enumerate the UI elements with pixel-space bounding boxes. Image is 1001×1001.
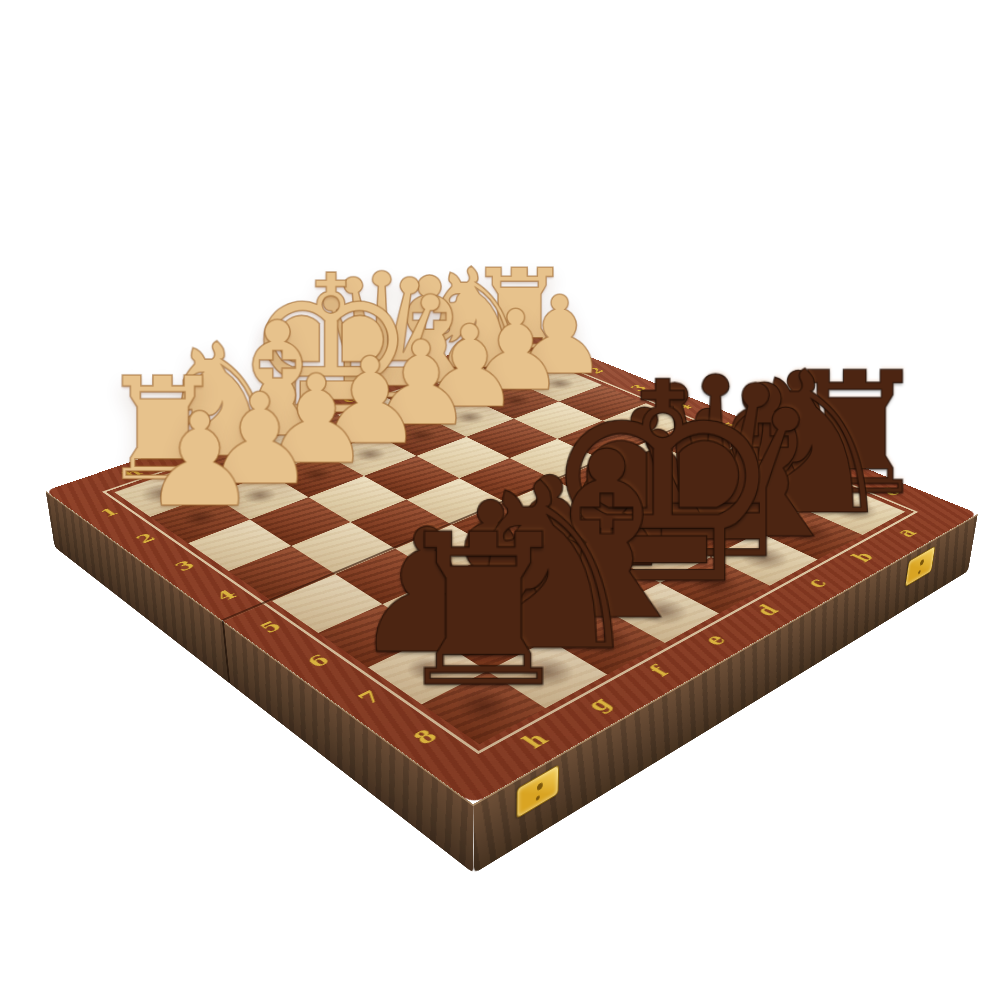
product-photo: 1122334455667788aabbccddeeffgghh ♜♞♝♛♚♝♞… xyxy=(0,0,1001,1001)
label-rank-2-left-edge: 2 xyxy=(127,529,165,548)
fold-seam-side xyxy=(222,620,230,684)
label-rank-3-left-edge: 3 xyxy=(165,556,204,576)
scene: 1122334455667788aabbccddeeffgghh ♜♞♝♛♚♝♞… xyxy=(0,0,1001,1001)
label-rank-8-left-edge: 8 xyxy=(401,722,448,751)
label-rank-4-left-edge: 4 xyxy=(206,584,247,606)
label-rank-5-left-edge: 5 xyxy=(250,615,292,638)
chess-board: 1122334455667788aabbccddeeffgghh ♜♞♝♛♚♝♞… xyxy=(45,330,977,804)
piece-glyph: ♜ xyxy=(389,512,577,711)
label-rank-6-left-edge: 6 xyxy=(296,648,340,673)
label-file-g-near-edge: g xyxy=(576,691,622,718)
label-rank-1-left-edge: 1 xyxy=(91,503,128,521)
label-rank-7-left-edge: 7 xyxy=(347,684,393,711)
label-file-h-near-edge: h xyxy=(511,726,559,755)
brass-clasp-far xyxy=(905,545,936,587)
piece-glyph: ♟ xyxy=(142,399,258,522)
